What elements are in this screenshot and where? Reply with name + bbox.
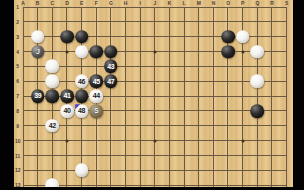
intersection-P7[interactable]: [235, 89, 250, 104]
intersection-P4[interactable]: [235, 44, 250, 59]
intersection-K10[interactable]: [162, 133, 177, 148]
intersection-C5[interactable]: [45, 59, 60, 74]
intersection-R2[interactable]: [265, 14, 280, 29]
intersection-G11[interactable]: [104, 148, 119, 163]
intersection-P2[interactable]: [235, 14, 250, 29]
intersection-N10[interactable]: [206, 133, 221, 148]
intersection-E9[interactable]: [74, 118, 89, 133]
intersection-A5[interactable]: [16, 59, 31, 74]
intersection-A6[interactable]: [16, 74, 31, 89]
intersection-I13[interactable]: [133, 178, 148, 187]
intersection-D2[interactable]: [60, 14, 75, 29]
intersection-E8[interactable]: 48: [74, 104, 89, 119]
stone-gray-B4: J: [31, 45, 45, 59]
intersection-R12[interactable]: [265, 163, 280, 178]
intersection-J5[interactable]: [147, 59, 162, 74]
stone-label: 45: [93, 78, 100, 85]
intersection-Q12[interactable]: [250, 163, 265, 178]
intersection-C11[interactable]: [45, 148, 60, 163]
grid-line-v: [271, 133, 272, 148]
intersection-M2[interactable]: [191, 14, 206, 29]
intersection-P12[interactable]: [235, 163, 250, 178]
grid-line-v: [96, 148, 97, 163]
intersection-H5[interactable]: [118, 59, 133, 74]
intersection-Q1[interactable]: [250, 0, 265, 14]
intersection-L8[interactable]: [177, 104, 192, 119]
intersection-B4[interactable]: J: [30, 44, 45, 59]
intersection-A2[interactable]: [16, 14, 31, 29]
intersection-I5[interactable]: [133, 59, 148, 74]
intersection-C6[interactable]: [45, 74, 60, 89]
intersection-E3[interactable]: [74, 29, 89, 44]
intersection-K13[interactable]: [162, 178, 177, 187]
intersection-E6[interactable]: 46: [74, 74, 89, 89]
intersection-G5[interactable]: 43: [104, 59, 119, 74]
intersection-K8[interactable]: [162, 104, 177, 119]
intersection-E10[interactable]: [74, 133, 89, 148]
intersection-F5[interactable]: [89, 59, 104, 74]
grid-line-v: [257, 178, 258, 187]
grid-line-v: [257, 118, 258, 133]
intersection-P6[interactable]: [235, 74, 250, 89]
intersection-M6[interactable]: [191, 74, 206, 89]
intersection-N12[interactable]: [206, 163, 221, 178]
grid-line-v: [110, 118, 111, 133]
intersection-N7[interactable]: [206, 89, 221, 104]
intersection-N3[interactable]: [206, 29, 221, 44]
intersection-R1[interactable]: [265, 0, 280, 14]
intersection-L4[interactable]: [177, 44, 192, 59]
intersection-C12[interactable]: [45, 163, 60, 178]
intersection-E13[interactable]: [74, 178, 89, 187]
stone-white-C6: [45, 74, 59, 88]
intersection-N4[interactable]: [206, 44, 221, 59]
intersection-I7[interactable]: [133, 89, 148, 104]
intersection-K11[interactable]: [162, 148, 177, 163]
intersection-O2[interactable]: [221, 14, 236, 29]
intersection-D10[interactable]: [60, 133, 75, 148]
grid-line-v: [37, 178, 38, 187]
intersection-M13[interactable]: [191, 178, 206, 187]
intersection-M4[interactable]: [191, 44, 206, 59]
intersection-N8[interactable]: [206, 104, 221, 119]
intersection-F4[interactable]: [89, 44, 104, 59]
intersection-J12[interactable]: [147, 163, 162, 178]
intersection-S7[interactable]: [279, 89, 293, 104]
intersection-K12[interactable]: [162, 163, 177, 178]
grid-line-h: [23, 36, 30, 37]
intersection-D12[interactable]: [60, 163, 75, 178]
intersection-O13[interactable]: [221, 178, 236, 187]
stone-white-Q6: [250, 74, 264, 88]
intersection-B12[interactable]: [30, 163, 45, 178]
intersection-C8[interactable]: [45, 104, 60, 119]
intersection-K5[interactable]: [162, 59, 177, 74]
grid-line-v: [286, 7, 287, 14]
intersection-B7[interactable]: 39: [30, 89, 45, 104]
grid-line-v: [23, 89, 24, 104]
intersection-O5[interactable]: [221, 59, 236, 74]
intersection-J9[interactable]: [147, 118, 162, 133]
grid-line-v: [125, 7, 126, 14]
intersection-E12[interactable]: [74, 163, 89, 178]
intersection-H3[interactable]: [118, 29, 133, 44]
intersection-S2[interactable]: [279, 14, 293, 29]
intersection-L11[interactable]: [177, 148, 192, 163]
intersection-F6[interactable]: 45: [89, 74, 104, 89]
intersection-O11[interactable]: [221, 148, 236, 163]
intersection-L12[interactable]: [177, 163, 192, 178]
grid-line-v: [96, 118, 97, 133]
intersection-K3[interactable]: [162, 29, 177, 44]
intersection-O4[interactable]: [221, 44, 236, 59]
intersection-C10[interactable]: [45, 133, 60, 148]
intersection-H8[interactable]: [118, 104, 133, 119]
intersection-Q9[interactable]: [250, 118, 265, 133]
intersection-A1[interactable]: [16, 0, 31, 14]
grid-line-v: [213, 59, 214, 74]
intersection-B5[interactable]: [30, 59, 45, 74]
intersection-D13[interactable]: [60, 178, 75, 187]
intersection-L6[interactable]: [177, 74, 192, 89]
grid-line-v: [37, 7, 38, 14]
intersection-G10[interactable]: [104, 133, 119, 148]
intersection-B2[interactable]: [30, 14, 45, 29]
grid-line-v: [96, 133, 97, 148]
intersection-B6[interactable]: [30, 74, 45, 89]
intersection-E2[interactable]: [74, 14, 89, 29]
stone-white-F7: 44: [89, 89, 103, 103]
intersection-F10[interactable]: [89, 133, 104, 148]
intersection-K2[interactable]: [162, 14, 177, 29]
intersection-I9[interactable]: [133, 118, 148, 133]
grid-line-v: [52, 29, 53, 44]
intersection-O8[interactable]: [221, 104, 236, 119]
intersection-I11[interactable]: [133, 148, 148, 163]
intersection-S9[interactable]: [279, 118, 293, 133]
intersection-D9[interactable]: [60, 118, 75, 133]
intersection-G7[interactable]: [104, 89, 119, 104]
intersection-L7[interactable]: [177, 89, 192, 104]
intersection-N2[interactable]: [206, 14, 221, 29]
intersection-N6[interactable]: [206, 74, 221, 89]
intersection-M11[interactable]: [191, 148, 206, 163]
intersection-J8[interactable]: [147, 104, 162, 119]
intersection-G3[interactable]: [104, 29, 119, 44]
intersection-A7[interactable]: [16, 89, 31, 104]
grid-line-v: [213, 163, 214, 178]
intersection-N9[interactable]: [206, 118, 221, 133]
intersection-E5[interactable]: [74, 59, 89, 74]
intersection-F3[interactable]: [89, 29, 104, 44]
intersection-C3[interactable]: [45, 29, 60, 44]
intersection-S6[interactable]: [279, 74, 293, 89]
intersection-M8[interactable]: [191, 104, 206, 119]
intersection-H7[interactable]: [118, 89, 133, 104]
intersection-F12[interactable]: [89, 163, 104, 178]
intersection-D7[interactable]: 41: [60, 89, 75, 104]
intersection-Q2[interactable]: [250, 14, 265, 29]
intersection-I1[interactable]: [133, 0, 148, 14]
intersection-Q10[interactable]: [250, 133, 265, 148]
intersection-D5[interactable]: [60, 59, 75, 74]
intersection-K9[interactable]: [162, 118, 177, 133]
intersection-I3[interactable]: [133, 29, 148, 44]
intersection-F9[interactable]: [89, 118, 104, 133]
intersection-K1[interactable]: [162, 0, 177, 14]
intersection-G4[interactable]: [104, 44, 119, 59]
grid-line-v: [213, 74, 214, 89]
intersection-I8[interactable]: [133, 104, 148, 119]
intersection-C1[interactable]: [45, 0, 60, 14]
grid-line-v: [198, 163, 199, 178]
intersection-R6[interactable]: [265, 74, 280, 89]
intersection-M9[interactable]: [191, 118, 206, 133]
grid-line-v: [110, 163, 111, 178]
intersection-B8[interactable]: [30, 104, 45, 119]
intersection-R10[interactable]: [265, 133, 280, 148]
intersection-J7[interactable]: [147, 89, 162, 104]
intersection-P10[interactable]: [235, 133, 250, 148]
grid-line-v: [169, 29, 170, 44]
intersection-E4[interactable]: [74, 44, 89, 59]
intersection-B3[interactable]: [30, 29, 45, 44]
grid-line-v: [154, 14, 155, 29]
grid-line-v: [286, 74, 287, 89]
intersection-J2[interactable]: [147, 14, 162, 29]
intersection-D8[interactable]: 40: [60, 104, 75, 119]
intersection-N13[interactable]: [206, 178, 221, 187]
intersection-O3[interactable]: [221, 29, 236, 44]
intersection-A13[interactable]: [16, 178, 31, 187]
grid-line-v: [81, 7, 82, 14]
intersection-H1[interactable]: [118, 0, 133, 14]
intersection-L1[interactable]: [177, 0, 192, 14]
grid-line-v: [184, 178, 185, 187]
intersection-Q13[interactable]: [250, 178, 265, 187]
grid-line-v: [96, 59, 97, 74]
intersection-Q4[interactable]: [250, 44, 265, 59]
intersection-H4[interactable]: [118, 44, 133, 59]
grid-line-v: [257, 163, 258, 178]
intersection-R4[interactable]: [265, 44, 280, 59]
intersection-D3[interactable]: [60, 29, 75, 44]
intersection-Q6[interactable]: [250, 74, 265, 89]
intersection-Q11[interactable]: [250, 148, 265, 163]
intersection-R11[interactable]: [265, 148, 280, 163]
intersection-F7[interactable]: 44: [89, 89, 104, 104]
intersection-L5[interactable]: [177, 59, 192, 74]
intersection-I6[interactable]: [133, 74, 148, 89]
intersection-H12[interactable]: [118, 163, 133, 178]
grid-line-v: [125, 163, 126, 178]
intersection-A8[interactable]: [16, 104, 31, 119]
intersection-M12[interactable]: [191, 163, 206, 178]
intersection-D6[interactable]: [60, 74, 75, 89]
intersection-F8[interactable]: S: [89, 104, 104, 119]
grid-line-v: [154, 104, 155, 119]
intersection-M3[interactable]: [191, 29, 206, 44]
intersection-A9[interactable]: [16, 118, 31, 133]
intersection-M10[interactable]: [191, 133, 206, 148]
intersection-H2[interactable]: [118, 14, 133, 29]
intersection-R13[interactable]: [265, 178, 280, 187]
intersection-I4[interactable]: [133, 44, 148, 59]
grid-line-v: [169, 74, 170, 89]
intersection-H11[interactable]: [118, 148, 133, 163]
intersection-S12[interactable]: [279, 163, 293, 178]
intersection-B11[interactable]: [30, 148, 45, 163]
grid-line-v: [213, 148, 214, 163]
intersection-S11[interactable]: [279, 148, 293, 163]
intersection-O6[interactable]: [221, 74, 236, 89]
intersection-P1[interactable]: [235, 0, 250, 14]
intersection-N5[interactable]: [206, 59, 221, 74]
intersection-F13[interactable]: [89, 178, 104, 187]
intersection-Q5[interactable]: [250, 59, 265, 74]
intersection-J10[interactable]: [147, 133, 162, 148]
intersection-O12[interactable]: [221, 163, 236, 178]
intersection-C9[interactable]: 42: [45, 118, 60, 133]
intersection-N11[interactable]: [206, 148, 221, 163]
intersection-R8[interactable]: [265, 104, 280, 119]
intersection-G6[interactable]: 47: [104, 74, 119, 89]
intersection-M7[interactable]: [191, 89, 206, 104]
intersection-M5[interactable]: [191, 59, 206, 74]
intersection-K6[interactable]: [162, 74, 177, 89]
intersection-H13[interactable]: [118, 178, 133, 187]
intersection-A3[interactable]: [16, 29, 31, 44]
intersection-D1[interactable]: [60, 0, 75, 14]
intersection-A10[interactable]: [16, 133, 31, 148]
intersection-G12[interactable]: [104, 163, 119, 178]
intersection-H6[interactable]: [118, 74, 133, 89]
intersection-N1[interactable]: [206, 0, 221, 14]
grid-line-v: [125, 178, 126, 187]
intersection-Q3[interactable]: [250, 29, 265, 44]
intersection-G9[interactable]: [104, 118, 119, 133]
intersection-P3[interactable]: [235, 29, 250, 44]
intersection-I2[interactable]: [133, 14, 148, 29]
intersection-Q7[interactable]: [250, 89, 265, 104]
intersection-S5[interactable]: [279, 59, 293, 74]
grid-line-v: [96, 29, 97, 44]
grid-line-v: [66, 7, 67, 14]
intersection-E7[interactable]: [74, 89, 89, 104]
intersection-S13[interactable]: [279, 178, 293, 187]
intersection-C2[interactable]: [45, 14, 60, 29]
intersection-K4[interactable]: [162, 44, 177, 59]
intersection-P5[interactable]: [235, 59, 250, 74]
intersection-A4[interactable]: [16, 44, 31, 59]
intersection-H9[interactable]: [118, 118, 133, 133]
intersection-I12[interactable]: [133, 163, 148, 178]
intersection-S8[interactable]: [279, 104, 293, 119]
intersection-O7[interactable]: [221, 89, 236, 104]
intersection-A12[interactable]: [16, 163, 31, 178]
intersection-C4[interactable]: [45, 44, 60, 59]
intersection-P8[interactable]: [235, 104, 250, 119]
grid-line-v: [52, 133, 53, 148]
intersection-D11[interactable]: [60, 148, 75, 163]
intersection-C13[interactable]: [45, 178, 60, 187]
intersection-P9[interactable]: [235, 118, 250, 133]
intersection-J4[interactable]: [147, 44, 162, 59]
star-point-D4: [65, 50, 68, 53]
intersection-R7[interactable]: [265, 89, 280, 104]
intersection-J1[interactable]: [147, 0, 162, 14]
grid-line-v: [271, 29, 272, 44]
intersection-S3[interactable]: [279, 29, 293, 44]
intersection-P13[interactable]: [235, 178, 250, 187]
intersection-O1[interactable]: [221, 0, 236, 14]
intersection-R9[interactable]: [265, 118, 280, 133]
intersection-L3[interactable]: [177, 29, 192, 44]
intersection-C7[interactable]: [45, 89, 60, 104]
intersection-J13[interactable]: [147, 178, 162, 187]
intersection-G13[interactable]: [104, 178, 119, 187]
intersection-K7[interactable]: [162, 89, 177, 104]
grid-line-v: [242, 7, 243, 14]
intersection-M1[interactable]: [191, 0, 206, 14]
intersection-L2[interactable]: [177, 14, 192, 29]
intersection-O9[interactable]: [221, 118, 236, 133]
intersection-B10[interactable]: [30, 133, 45, 148]
grid-line-v: [213, 133, 214, 148]
intersection-A11[interactable]: [16, 148, 31, 163]
grid-line-v: [213, 44, 214, 59]
grid-line-v: [242, 74, 243, 89]
stone-label: 42: [49, 122, 56, 129]
intersection-S10[interactable]: [279, 133, 293, 148]
intersection-H10[interactable]: [118, 133, 133, 148]
grid-line-h: [23, 96, 30, 97]
intersection-J6[interactable]: [147, 74, 162, 89]
intersection-S4[interactable]: [279, 44, 293, 59]
intersection-F2[interactable]: [89, 14, 104, 29]
intersection-D4[interactable]: [60, 44, 75, 59]
stone-white-Q4: [250, 45, 264, 59]
intersection-G1[interactable]: [104, 0, 119, 14]
intersection-L13[interactable]: [177, 178, 192, 187]
intersection-G2[interactable]: [104, 14, 119, 29]
intersection-I10[interactable]: [133, 133, 148, 148]
intersection-Q8[interactable]: [250, 104, 265, 119]
intersection-L10[interactable]: [177, 133, 192, 148]
intersection-R3[interactable]: [265, 29, 280, 44]
intersection-F11[interactable]: [89, 148, 104, 163]
intersection-L9[interactable]: [177, 118, 192, 133]
intersection-J3[interactable]: [147, 29, 162, 44]
stone-black-F4: [89, 45, 103, 59]
intersection-R5[interactable]: [265, 59, 280, 74]
intersection-S1[interactable]: [279, 0, 293, 14]
intersection-J11[interactable]: [147, 148, 162, 163]
intersection-B13[interactable]: [30, 178, 45, 187]
intersection-B1[interactable]: [30, 0, 45, 14]
intersection-B9[interactable]: [30, 118, 45, 133]
grid-line-v: [110, 7, 111, 14]
grid-line-v: [125, 104, 126, 119]
grid-line-v: [23, 178, 24, 187]
intersection-O10[interactable]: [221, 133, 236, 148]
intersection-F1[interactable]: [89, 0, 104, 14]
grid-line-v: [184, 89, 185, 104]
intersection-P11[interactable]: [235, 148, 250, 163]
intersection-E1[interactable]: [74, 0, 89, 14]
intersection-E11[interactable]: [74, 148, 89, 163]
intersection-G8[interactable]: [104, 104, 119, 119]
